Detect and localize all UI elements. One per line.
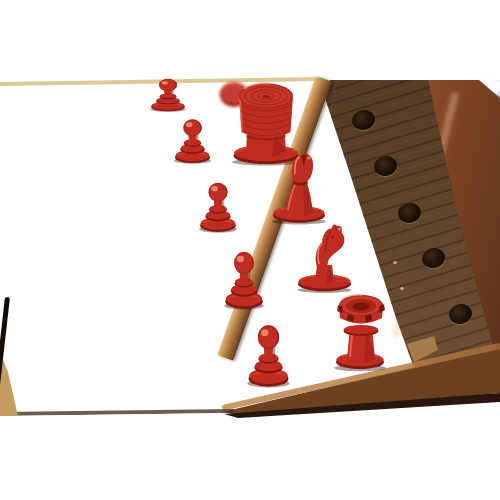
red-pawn — [245, 322, 292, 388]
travel-chess-set-photo — [0, 0, 500, 500]
red-pawn — [222, 249, 266, 310]
red-knight — [295, 220, 356, 294]
tray-peg-hole — [372, 154, 399, 178]
tray-peg-hole — [396, 201, 423, 225]
red-pawn — [148, 77, 188, 112]
red-bishop — [270, 150, 331, 225]
red-pawn — [172, 117, 213, 164]
paint-fleck — [393, 261, 397, 264]
tray-peg-hole — [420, 246, 447, 270]
tray-peg-hole — [447, 302, 474, 326]
paint-fleck — [400, 287, 404, 290]
tray-peg-hole — [350, 108, 377, 132]
red-rook — [330, 285, 393, 372]
red-pawn — [197, 180, 239, 233]
